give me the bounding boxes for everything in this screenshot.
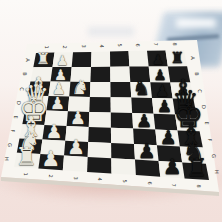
square-h5[interactable] (111, 158, 136, 175)
label-rank-7-near: 7 (171, 183, 176, 186)
label-file-H-right: H (214, 171, 219, 175)
piece-black-knight-c6[interactable]: ♞ (133, 79, 151, 99)
piece-black-pawn-d7[interactable]: ♟ (157, 97, 172, 114)
piece-black-pawn-f7[interactable]: ♟ (160, 127, 177, 146)
piece-white-pawn-f2[interactable]: ♟ (45, 122, 62, 141)
square-a4[interactable] (91, 52, 110, 67)
label-rank-8-far: 8 (171, 42, 176, 45)
label-rank-2-near: 2 (47, 174, 52, 177)
label-rank-8-near: 8 (196, 185, 201, 188)
square-b5[interactable] (110, 67, 130, 83)
label-rank-6-far: 6 (135, 43, 140, 46)
label-file-G-left: G (6, 143, 11, 147)
square-a3[interactable] (72, 52, 92, 67)
square-g5[interactable] (111, 143, 135, 160)
square-b4[interactable] (90, 67, 110, 82)
piece-white-pawn-g3[interactable]: ♟ (67, 137, 85, 157)
piece-black-pawn-a7[interactable]: ♟ (152, 53, 164, 67)
piece-black-pawn-e6[interactable]: ♟ (136, 111, 152, 129)
square-a5[interactable] (110, 51, 129, 67)
label-file-A-right: A (190, 56, 195, 59)
piece-white-rook-h1[interactable]: ♜ (15, 144, 37, 169)
label-file-F-right: F (207, 138, 212, 141)
label-rank-4-near: 4 (97, 178, 102, 181)
label-file-B-left: B (22, 73, 27, 76)
square-e5[interactable] (111, 113, 133, 129)
square-c4[interactable] (90, 82, 111, 97)
square-c5[interactable] (110, 82, 131, 98)
square-d5[interactable] (111, 97, 133, 113)
square-h4[interactable] (87, 157, 111, 174)
label-rank-3-far: 3 (80, 45, 85, 48)
piece-white-pawn-d2[interactable]: ♟ (50, 94, 65, 111)
piece-white-pawn-e3[interactable]: ♟ (70, 109, 86, 127)
label-file-H-left: H (3, 157, 8, 161)
square-g4[interactable] (88, 142, 112, 158)
label-file-F-left: F (9, 130, 14, 133)
label-rank-7-far: 7 (153, 43, 158, 46)
piece-black-pawn-h7[interactable]: ♟ (163, 157, 182, 178)
square-f4[interactable] (88, 127, 111, 143)
piece-white-pawn-h2[interactable]: ♟ (41, 149, 60, 170)
label-rank-4-far: 4 (98, 44, 103, 47)
square-f5[interactable] (111, 128, 134, 144)
label-rank-3-near: 3 (72, 176, 77, 179)
label-rank-1-near: 1 (23, 173, 28, 176)
label-file-A-left: A (25, 59, 30, 62)
square-d4[interactable] (89, 97, 111, 113)
square-e4[interactable] (89, 112, 111, 128)
label-file-G-right: G (210, 154, 215, 158)
piece-black-rook-a8[interactable]: ♜ (170, 51, 184, 67)
square-a6[interactable] (129, 51, 149, 67)
piece-black-rook-h8[interactable]: ♜ (185, 155, 207, 180)
label-file-E-left: E (12, 115, 17, 118)
piece-white-knight-c3[interactable]: ♞ (71, 78, 89, 98)
label-rank-6-near: 6 (146, 181, 151, 184)
photo-scene: 11AA22BB33CC44DD55EE66FF77GG88HH♜♝♛♚♝♞♜♟… (0, 0, 222, 222)
label-file-B-right: B (193, 73, 198, 76)
label-file-E-right: E (203, 122, 208, 125)
label-rank-1-far: 1 (44, 45, 49, 48)
piece-black-pawn-g6[interactable]: ♟ (138, 141, 156, 161)
label-rank-2-far: 2 (62, 45, 67, 48)
label-rank-5-far: 5 (117, 44, 122, 47)
piece-white-rook-a1[interactable]: ♜ (36, 52, 50, 68)
label-rank-5-near: 5 (121, 179, 126, 182)
